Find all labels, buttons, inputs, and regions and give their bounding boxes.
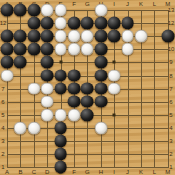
coord-label-left: 6 <box>1 99 4 105</box>
stone-white-D13[interactable] <box>41 4 54 17</box>
stone-white-I8[interactable] <box>108 69 121 82</box>
stone-black-H7[interactable] <box>94 82 107 95</box>
coord-label-right: 12 <box>168 20 175 26</box>
coord-label-right: 3 <box>169 138 172 144</box>
coord-label-right: 7 <box>169 86 172 92</box>
stone-black-C10[interactable] <box>27 43 40 56</box>
stone-white-H4[interactable] <box>94 121 107 134</box>
stone-black-H10[interactable] <box>94 43 107 56</box>
coord-label-right: 2 <box>169 151 172 157</box>
grid-line-horizontal <box>7 141 169 142</box>
stone-black-E2[interactable] <box>54 148 67 161</box>
stone-black-D8[interactable] <box>41 69 54 82</box>
stone-white-C4[interactable] <box>27 121 40 134</box>
stone-black-A9[interactable] <box>1 56 14 69</box>
stone-black-A13[interactable] <box>1 4 14 17</box>
coord-label-top: I <box>113 1 115 7</box>
coord-label-bottom: A <box>5 169 9 175</box>
stone-black-H9[interactable] <box>94 56 107 69</box>
coord-label-right: 4 <box>169 125 172 131</box>
coord-label-left: 1 <box>1 164 4 170</box>
coord-label-top: F <box>72 1 76 7</box>
coord-label-bottom: D <box>45 169 49 175</box>
stone-black-D9[interactable] <box>41 56 54 69</box>
stone-white-F11[interactable] <box>68 30 81 43</box>
stone-black-I11[interactable] <box>108 30 121 43</box>
stone-white-C7[interactable] <box>27 82 40 95</box>
coord-label-bottom: J <box>126 169 129 175</box>
hoshi-dot <box>113 113 116 116</box>
stone-black-I12[interactable] <box>108 17 121 30</box>
stone-black-C12[interactable] <box>27 17 40 30</box>
coord-label-left: 4 <box>1 125 4 131</box>
stone-white-J10[interactable] <box>121 43 134 56</box>
coord-label-top: G <box>85 1 90 7</box>
stone-black-F6[interactable] <box>68 95 81 108</box>
hoshi-dot <box>113 61 116 64</box>
stone-white-D7[interactable] <box>41 82 54 95</box>
stone-white-D6[interactable] <box>41 95 54 108</box>
stone-black-A11[interactable] <box>1 30 14 43</box>
stone-white-D5[interactable] <box>41 108 54 121</box>
coord-label-top: J <box>126 1 129 7</box>
coord-label-bottom: K <box>139 169 143 175</box>
stone-black-M11[interactable] <box>161 30 174 43</box>
stone-black-F8[interactable] <box>68 69 81 82</box>
coord-label-right: 8 <box>169 73 172 79</box>
stone-black-E3[interactable] <box>54 135 67 148</box>
coord-label-bottom: I <box>113 169 115 175</box>
stone-black-C11[interactable] <box>27 30 40 43</box>
stone-black-J12[interactable] <box>121 17 134 30</box>
stone-black-F12[interactable] <box>68 17 81 30</box>
stone-white-G11[interactable] <box>81 30 94 43</box>
stone-white-F5[interactable] <box>68 108 81 121</box>
stone-black-B10[interactable] <box>14 43 27 56</box>
stone-black-B9[interactable] <box>14 56 27 69</box>
coord-label-bottom: B <box>18 169 22 175</box>
stone-white-B4[interactable] <box>14 121 27 134</box>
coord-label-bottom: F <box>72 169 76 175</box>
stone-white-A8[interactable] <box>1 69 14 82</box>
stone-white-I7[interactable] <box>108 82 121 95</box>
grid-line-horizontal <box>7 154 169 155</box>
stone-white-G10[interactable] <box>81 43 94 56</box>
stone-black-G6[interactable] <box>81 95 94 108</box>
stone-white-E10[interactable] <box>54 43 67 56</box>
stone-black-D11[interactable] <box>41 30 54 43</box>
stone-black-B11[interactable] <box>14 30 27 43</box>
coord-label-right: 9 <box>169 59 172 65</box>
stone-black-D10[interactable] <box>41 43 54 56</box>
coord-label-right: 1 <box>169 164 172 170</box>
stone-black-H8[interactable] <box>94 69 107 82</box>
stone-white-E11[interactable] <box>54 30 67 43</box>
coord-label-left: 3 <box>1 138 4 144</box>
stone-white-H13[interactable] <box>94 4 107 17</box>
stone-black-G12[interactable] <box>81 17 94 30</box>
coord-label-top: L <box>153 1 156 7</box>
coord-label-bottom: C <box>32 169 36 175</box>
stone-black-C13[interactable] <box>27 4 40 17</box>
stone-black-E8[interactable] <box>54 69 67 82</box>
coord-label-left: 7 <box>1 86 4 92</box>
stone-white-K11[interactable] <box>135 30 148 43</box>
coord-label-top: M <box>165 1 170 7</box>
hoshi-dot <box>59 61 62 64</box>
stone-white-E12[interactable] <box>54 17 67 30</box>
stone-black-E4[interactable] <box>54 121 67 134</box>
coord-label-bottom: H <box>99 169 103 175</box>
stone-white-F10[interactable] <box>68 43 81 56</box>
coord-label-right: 6 <box>169 99 172 105</box>
grid-line-vertical <box>154 10 155 168</box>
stone-white-J11[interactable] <box>121 30 134 43</box>
stone-black-A10[interactable] <box>1 43 14 56</box>
stone-black-H12[interactable] <box>94 17 107 30</box>
coord-label-right: 13 <box>168 7 175 13</box>
stone-black-G5[interactable] <box>81 108 94 121</box>
coord-label-bottom: L <box>153 169 156 175</box>
coord-label-left: 5 <box>1 112 4 118</box>
coord-label-left: 12 <box>0 20 6 26</box>
coord-label-left: 2 <box>1 151 4 157</box>
go-board[interactable]: AABBCCDDEEFFGGHHIIJJKKLLMM13131212111110… <box>0 0 175 175</box>
coord-label-right: 10 <box>168 46 175 52</box>
stone-black-E7[interactable] <box>54 82 67 95</box>
coord-label-top: K <box>139 1 143 7</box>
stone-black-G7[interactable] <box>81 82 94 95</box>
coord-label-right: 5 <box>169 112 172 118</box>
stone-black-F7[interactable] <box>68 82 81 95</box>
stone-black-H6[interactable] <box>94 95 107 108</box>
stone-black-H11[interactable] <box>94 30 107 43</box>
stone-black-B13[interactable] <box>14 4 27 17</box>
stone-white-E5[interactable] <box>54 108 67 121</box>
stone-black-E1[interactable] <box>54 161 67 174</box>
coord-label-bottom: G <box>85 169 90 175</box>
stone-black-D12[interactable] <box>41 17 54 30</box>
stone-white-E13[interactable] <box>54 4 67 17</box>
